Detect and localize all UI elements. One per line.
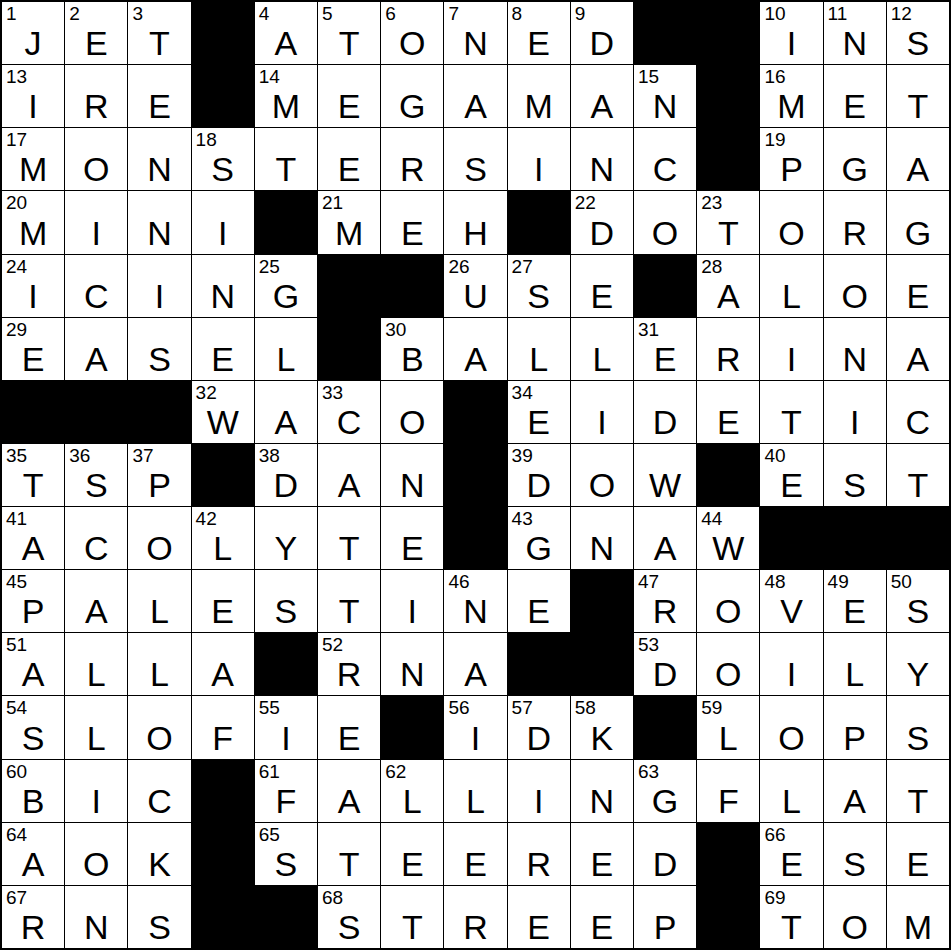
cell-r5c15[interactable]: E	[887, 255, 949, 317]
cell-r3c11[interactable]: C	[634, 128, 696, 190]
cell-r12c14[interactable]: P	[824, 696, 886, 758]
cell-letter: N	[444, 26, 506, 60]
cell-letter: E	[887, 847, 949, 881]
cell-r3c4[interactable]: 18S	[192, 128, 254, 190]
cell-r14c15[interactable]: E	[887, 823, 949, 885]
cell-letter: G	[381, 89, 443, 123]
cell-r11c15[interactable]: Y	[887, 633, 949, 695]
cell-r6c5[interactable]: L	[255, 318, 317, 380]
cell-r11c6[interactable]: 52R	[318, 633, 380, 695]
clue-number: 62	[385, 761, 406, 783]
cell-r14c7[interactable]: E	[381, 823, 443, 885]
cell-letter: L	[65, 721, 127, 755]
cell-letter: E	[508, 26, 570, 60]
cell-r3c3[interactable]: N	[128, 128, 190, 190]
cell-r1c3[interactable]: 3T	[128, 2, 190, 64]
cell-r10c14[interactable]: 49E	[824, 570, 886, 632]
cell-r2c5[interactable]: 14M	[255, 65, 317, 127]
cell-r15c13[interactable]: 69T	[760, 886, 822, 948]
clue-number: 48	[764, 571, 785, 593]
clue-number: 52	[322, 634, 343, 656]
cell-letter: A	[65, 594, 127, 628]
clue-number: 9	[575, 3, 586, 25]
cell-r10c1[interactable]: 45P	[2, 570, 64, 632]
cell-letter: E	[381, 531, 443, 565]
cell-letter: C	[634, 152, 696, 186]
cell-r1c10[interactable]: 9D	[571, 2, 633, 64]
cell-r8c10[interactable]: O	[571, 444, 633, 506]
cell-letter: E	[824, 89, 886, 123]
clue-number: 20	[6, 192, 27, 214]
block-r14c12	[697, 823, 759, 885]
cell-r13c3[interactable]: C	[128, 760, 190, 822]
cell-r5c4[interactable]: N	[192, 255, 254, 317]
cell-r4c2[interactable]: I	[65, 191, 127, 253]
cell-r6c2[interactable]: A	[65, 318, 127, 380]
cell-r1c8[interactable]: 7N	[444, 2, 506, 64]
cell-r2c8[interactable]: A	[444, 65, 506, 127]
cell-r4c12[interactable]: 23T	[697, 191, 759, 253]
cell-r15c6[interactable]: 68S	[318, 886, 380, 948]
cell-r8c7[interactable]: N	[381, 444, 443, 506]
cell-r6c12[interactable]: R	[697, 318, 759, 380]
cell-r10c5[interactable]: S	[255, 570, 317, 632]
clue-number: 43	[512, 508, 533, 530]
cell-letter: R	[65, 89, 127, 123]
cell-letter: S	[824, 468, 886, 502]
cell-r12c2[interactable]: L	[65, 696, 127, 758]
clue-number: 2	[69, 3, 80, 25]
cell-r12c3[interactable]: O	[128, 696, 190, 758]
cell-r10c15[interactable]: 50S	[887, 570, 949, 632]
cell-r9c11[interactable]: A	[634, 507, 696, 569]
cell-r10c12[interactable]: O	[697, 570, 759, 632]
cell-r14c9[interactable]: R	[508, 823, 570, 885]
cell-r8c5[interactable]: 38D	[255, 444, 317, 506]
cell-letter: O	[381, 405, 443, 439]
cell-r14c13[interactable]: 66E	[760, 823, 822, 885]
cell-r7c4[interactable]: 32W	[192, 381, 254, 443]
cell-r11c7[interactable]: N	[381, 633, 443, 695]
cell-letter: E	[571, 910, 633, 944]
cell-r12c5[interactable]: 55I	[255, 696, 317, 758]
clue-number: 63	[638, 761, 659, 783]
cell-r3c14[interactable]: G	[824, 128, 886, 190]
cell-letter: T	[760, 405, 822, 439]
cell-r6c7[interactable]: 30B	[381, 318, 443, 380]
cell-r3c2[interactable]: O	[65, 128, 127, 190]
clue-number: 27	[512, 256, 533, 278]
cell-r4c3[interactable]: N	[128, 191, 190, 253]
cell-r5c2[interactable]: C	[65, 255, 127, 317]
cell-r8c13[interactable]: 40E	[760, 444, 822, 506]
cell-letter: T	[2, 468, 64, 502]
cell-letter: P	[760, 152, 822, 186]
cell-letter: S	[508, 279, 570, 313]
cell-r13c8[interactable]: L	[444, 760, 506, 822]
cell-letter: M	[760, 89, 822, 123]
cell-r14c1[interactable]: 64A	[2, 823, 64, 885]
cell-r4c15[interactable]: G	[887, 191, 949, 253]
cell-r7c5[interactable]: A	[255, 381, 317, 443]
cell-r12c10[interactable]: 58K	[571, 696, 633, 758]
cell-letter: U	[444, 279, 506, 313]
cell-letter: T	[318, 531, 380, 565]
cell-r6c8[interactable]: A	[444, 318, 506, 380]
clue-number: 30	[385, 319, 406, 341]
cell-r13c12[interactable]: F	[697, 760, 759, 822]
cell-r7c12[interactable]: E	[697, 381, 759, 443]
cell-r5c9[interactable]: 27S	[508, 255, 570, 317]
cell-r6c15[interactable]: A	[887, 318, 949, 380]
cell-r4c4[interactable]: I	[192, 191, 254, 253]
cell-r7c9[interactable]: 34E	[508, 381, 570, 443]
cell-r3c6[interactable]: E	[318, 128, 380, 190]
clue-number: 68	[322, 887, 343, 909]
cell-r6c14[interactable]: N	[824, 318, 886, 380]
block-r6c6	[318, 318, 380, 380]
block-r7c2	[65, 381, 127, 443]
cell-letter: I	[444, 721, 506, 755]
cell-r8c6[interactable]: A	[318, 444, 380, 506]
cell-letter: S	[65, 468, 127, 502]
cell-r10c3[interactable]: L	[128, 570, 190, 632]
cell-r13c13[interactable]: L	[760, 760, 822, 822]
cell-r7c7[interactable]: O	[381, 381, 443, 443]
cell-letter: L	[508, 342, 570, 376]
block-r11c10	[571, 633, 633, 695]
cell-r7c14[interactable]: I	[824, 381, 886, 443]
cell-r5c13[interactable]: L	[760, 255, 822, 317]
cell-r14c5[interactable]: 65S	[255, 823, 317, 885]
cell-r6c10[interactable]: L	[571, 318, 633, 380]
cell-r3c5[interactable]: T	[255, 128, 317, 190]
clue-number: 33	[322, 382, 343, 404]
cell-r2c9[interactable]: M	[508, 65, 570, 127]
cell-r14c3[interactable]: K	[128, 823, 190, 885]
cell-r2c3[interactable]: E	[128, 65, 190, 127]
cell-r13c7[interactable]: 62L	[381, 760, 443, 822]
cell-r4c6[interactable]: 21M	[318, 191, 380, 253]
clue-number: 57	[512, 697, 533, 719]
cell-r3c8[interactable]: S	[444, 128, 506, 190]
clue-number: 35	[6, 445, 27, 467]
cell-letter: W	[634, 468, 696, 502]
cell-r11c14[interactable]: L	[824, 633, 886, 695]
cell-r2c14[interactable]: E	[824, 65, 886, 127]
cell-letter: A	[2, 531, 64, 565]
cell-r10c6[interactable]: T	[318, 570, 380, 632]
cell-r1c6[interactable]: 5T	[318, 2, 380, 64]
clue-number: 54	[6, 697, 27, 719]
clue-number: 16	[764, 66, 785, 88]
cell-letter: M	[2, 216, 64, 250]
cell-r1c2[interactable]: 2E	[65, 2, 127, 64]
cell-r8c15[interactable]: T	[887, 444, 949, 506]
cell-letter: T	[318, 594, 380, 628]
cell-r15c11[interactable]: P	[634, 886, 696, 948]
cell-letter: I	[65, 784, 127, 818]
cell-letter: N	[65, 910, 127, 944]
cell-letter: R	[381, 152, 443, 186]
cell-r11c1[interactable]: 51A	[2, 633, 64, 695]
cell-r4c14[interactable]: R	[824, 191, 886, 253]
cell-r12c9[interactable]: 57D	[508, 696, 570, 758]
cell-r5c10[interactable]: E	[571, 255, 633, 317]
cell-letter: C	[318, 405, 380, 439]
cell-letter: G	[255, 279, 317, 313]
cell-r9c10[interactable]: N	[571, 507, 633, 569]
cell-r15c10[interactable]: E	[571, 886, 633, 948]
cell-r6c9[interactable]: L	[508, 318, 570, 380]
cell-r4c11[interactable]: O	[634, 191, 696, 253]
cell-r15c9[interactable]: E	[508, 886, 570, 948]
cell-r12c8[interactable]: 56I	[444, 696, 506, 758]
block-r9c13	[760, 507, 822, 569]
cell-letter: A	[2, 847, 64, 881]
cell-letter: C	[887, 405, 949, 439]
cell-letter: R	[634, 594, 696, 628]
cell-r2c11[interactable]: 15N	[634, 65, 696, 127]
cell-r3c1[interactable]: 17M	[2, 128, 64, 190]
cell-r5c8[interactable]: 26U	[444, 255, 506, 317]
cell-r10c8[interactable]: 46N	[444, 570, 506, 632]
cell-r9c9[interactable]: 43G	[508, 507, 570, 569]
cell-r13c14[interactable]: A	[824, 760, 886, 822]
clue-number: 7	[448, 3, 459, 25]
cell-r11c4[interactable]: A	[192, 633, 254, 695]
cell-r12c13[interactable]: O	[760, 696, 822, 758]
cell-letter: E	[318, 152, 380, 186]
cell-letter: C	[65, 279, 127, 313]
cell-letter: C	[65, 531, 127, 565]
cell-r6c11[interactable]: 31E	[634, 318, 696, 380]
cell-r6c3[interactable]: S	[128, 318, 190, 380]
block-r7c8	[444, 381, 506, 443]
cell-r1c15[interactable]: 12S	[887, 2, 949, 64]
cell-r14c8[interactable]: E	[444, 823, 506, 885]
cell-letter: A	[887, 342, 949, 376]
cell-letter: L	[760, 279, 822, 313]
cell-r4c7[interactable]: E	[381, 191, 443, 253]
cell-r12c1[interactable]: 54S	[2, 696, 64, 758]
block-r1c4	[192, 2, 254, 64]
cell-r15c14[interactable]: O	[824, 886, 886, 948]
cell-letter: A	[2, 657, 64, 691]
clue-number: 23	[701, 192, 722, 214]
cell-r8c3[interactable]: 37P	[128, 444, 190, 506]
cell-r5c14[interactable]: O	[824, 255, 886, 317]
cell-r15c1[interactable]: 67R	[2, 886, 64, 948]
block-r15c4	[192, 886, 254, 948]
cell-r10c4[interactable]: E	[192, 570, 254, 632]
cell-letter: T	[887, 784, 949, 818]
cell-r2c10[interactable]: A	[571, 65, 633, 127]
clue-number: 60	[6, 761, 27, 783]
cell-letter: D	[571, 26, 633, 60]
cell-r1c13[interactable]: 10I	[760, 2, 822, 64]
cell-r9c2[interactable]: C	[65, 507, 127, 569]
cell-letter: M	[2, 152, 64, 186]
cell-r9c1[interactable]: 41A	[2, 507, 64, 569]
cell-r12c6[interactable]: E	[318, 696, 380, 758]
cell-letter: D	[634, 847, 696, 881]
cell-r7c10[interactable]: I	[571, 381, 633, 443]
cell-r12c15[interactable]: S	[887, 696, 949, 758]
cell-letter: O	[571, 468, 633, 502]
cell-r12c12[interactable]: 59L	[697, 696, 759, 758]
cell-r2c7[interactable]: G	[381, 65, 443, 127]
cell-r4c8[interactable]: H	[444, 191, 506, 253]
cell-letter: E	[887, 279, 949, 313]
cell-r2c2[interactable]: R	[65, 65, 127, 127]
cell-r2c6[interactable]: E	[318, 65, 380, 127]
cell-r13c1[interactable]: 60B	[2, 760, 64, 822]
clue-number: 59	[701, 697, 722, 719]
cell-r6c1[interactable]: 29E	[2, 318, 64, 380]
cell-letter: O	[824, 910, 886, 944]
cell-r3c9[interactable]: I	[508, 128, 570, 190]
cell-r10c2[interactable]: A	[65, 570, 127, 632]
cell-r8c9[interactable]: 39D	[508, 444, 570, 506]
cell-r7c13[interactable]: T	[760, 381, 822, 443]
cell-r10c7[interactable]: I	[381, 570, 443, 632]
cell-r5c3[interactable]: I	[128, 255, 190, 317]
cell-r2c13[interactable]: 16M	[760, 65, 822, 127]
cell-letter: A	[634, 531, 696, 565]
cell-r13c15[interactable]: T	[887, 760, 949, 822]
cell-letter: A	[192, 657, 254, 691]
cell-r5c5[interactable]: 25G	[255, 255, 317, 317]
cell-r14c2[interactable]: O	[65, 823, 127, 885]
cell-r2c15[interactable]: T	[887, 65, 949, 127]
clue-number: 13	[6, 66, 27, 88]
cell-letter: A	[255, 26, 317, 60]
cell-r14c14[interactable]: S	[824, 823, 886, 885]
clue-number: 66	[764, 824, 785, 846]
cell-letter: I	[824, 405, 886, 439]
cell-r7c6[interactable]: 33C	[318, 381, 380, 443]
cell-r15c15[interactable]: M	[887, 886, 949, 948]
cell-r1c7[interactable]: 6O	[381, 2, 443, 64]
cell-r10c13[interactable]: 48V	[760, 570, 822, 632]
cell-letter: F	[255, 784, 317, 818]
cell-r15c7[interactable]: T	[381, 886, 443, 948]
cell-r1c14[interactable]: 11N	[824, 2, 886, 64]
cell-r5c12[interactable]: 28A	[697, 255, 759, 317]
cell-r2c1[interactable]: 13I	[2, 65, 64, 127]
cell-r1c5[interactable]: 4A	[255, 2, 317, 64]
cell-r12c4[interactable]: F	[192, 696, 254, 758]
cell-r7c11[interactable]: D	[634, 381, 696, 443]
cell-r13c6[interactable]: A	[318, 760, 380, 822]
cell-letter: T	[887, 468, 949, 502]
clue-number: 29	[6, 319, 27, 341]
cell-r8c1[interactable]: 35T	[2, 444, 64, 506]
cell-r4c1[interactable]: 20M	[2, 191, 64, 253]
cell-r14c11[interactable]: D	[634, 823, 696, 885]
cell-r9c5[interactable]: Y	[255, 507, 317, 569]
cell-r13c11[interactable]: 63G	[634, 760, 696, 822]
cell-r11c12[interactable]: O	[697, 633, 759, 695]
cell-r6c13[interactable]: I	[760, 318, 822, 380]
cell-letter: N	[381, 468, 443, 502]
clue-number: 45	[6, 571, 27, 593]
cell-r9c12[interactable]: 44W	[697, 507, 759, 569]
cell-r3c15[interactable]: A	[887, 128, 949, 190]
cell-r3c7[interactable]: R	[381, 128, 443, 190]
clue-number: 17	[6, 129, 27, 151]
cell-r14c10[interactable]: E	[571, 823, 633, 885]
cell-letter: M	[508, 89, 570, 123]
cell-r11c11[interactable]: 53D	[634, 633, 696, 695]
cell-r4c10[interactable]: 22D	[571, 191, 633, 253]
cell-r10c11[interactable]: 47R	[634, 570, 696, 632]
cell-r11c2[interactable]: L	[65, 633, 127, 695]
cell-r8c14[interactable]: S	[824, 444, 886, 506]
cell-r15c8[interactable]: R	[444, 886, 506, 948]
cell-r9c4[interactable]: 42L	[192, 507, 254, 569]
cell-r4c13[interactable]: O	[760, 191, 822, 253]
cell-r13c2[interactable]: I	[65, 760, 127, 822]
cell-r13c5[interactable]: 61F	[255, 760, 317, 822]
cell-letter: S	[824, 847, 886, 881]
cell-r15c2[interactable]: N	[65, 886, 127, 948]
cell-r8c2[interactable]: 36S	[65, 444, 127, 506]
cell-r15c3[interactable]: S	[128, 886, 190, 948]
cell-letter: S	[255, 594, 317, 628]
cell-r3c10[interactable]: N	[571, 128, 633, 190]
cell-r11c3[interactable]: L	[128, 633, 190, 695]
clue-number: 22	[575, 192, 596, 214]
cell-r10c9[interactable]: E	[508, 570, 570, 632]
cell-letter: N	[128, 216, 190, 250]
cell-r13c9[interactable]: I	[508, 760, 570, 822]
cell-r9c3[interactable]: O	[128, 507, 190, 569]
clue-number: 15	[638, 66, 659, 88]
cell-letter: E	[192, 594, 254, 628]
clue-number: 65	[259, 824, 280, 846]
cell-r1c9[interactable]: 8E	[508, 2, 570, 64]
block-r2c12	[697, 65, 759, 127]
cell-r5c1[interactable]: 24I	[2, 255, 64, 317]
cell-r3c13[interactable]: 19P	[760, 128, 822, 190]
clue-number: 18	[196, 129, 217, 151]
cell-r8c11[interactable]: W	[634, 444, 696, 506]
cell-r1c1[interactable]: 1J	[2, 2, 64, 64]
cell-letter: G	[508, 531, 570, 565]
cell-r13c10[interactable]: N	[571, 760, 633, 822]
cell-letter: A	[444, 89, 506, 123]
cell-r11c8[interactable]: A	[444, 633, 506, 695]
cell-r6c4[interactable]: E	[192, 318, 254, 380]
cell-letter: I	[508, 784, 570, 818]
block-r10c10	[571, 570, 633, 632]
cell-letter: J	[2, 26, 64, 60]
cell-letter: E	[760, 468, 822, 502]
cell-letter: S	[255, 847, 317, 881]
cell-r14c6[interactable]: T	[318, 823, 380, 885]
cell-letter: Y	[887, 657, 949, 691]
cell-r9c7[interactable]: E	[381, 507, 443, 569]
cell-r11c13[interactable]: I	[760, 633, 822, 695]
cell-r7c15[interactable]: C	[887, 381, 949, 443]
clue-number: 25	[259, 256, 280, 278]
cell-r9c6[interactable]: T	[318, 507, 380, 569]
cell-letter: O	[697, 594, 759, 628]
clue-number: 28	[701, 256, 722, 278]
cell-letter: K	[571, 721, 633, 755]
